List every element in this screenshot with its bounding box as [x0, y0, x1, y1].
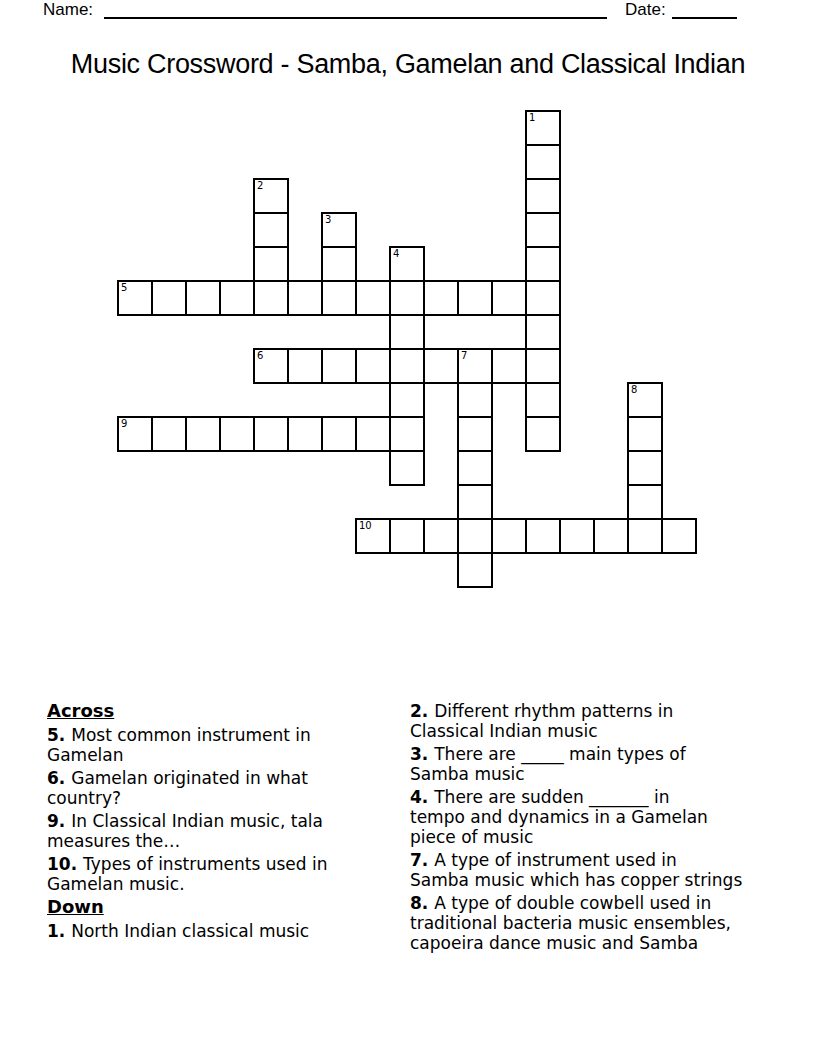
grid-cell-r12c11[interactable]: [491, 518, 527, 554]
grid-cell-r5c11[interactable]: [491, 280, 527, 316]
name-fill-line[interactable]: [104, 1, 607, 19]
worksheet-page: Name: Date: Music Crossword - Samba, Gam…: [0, 0, 816, 1056]
date-fill-line[interactable]: [672, 1, 737, 19]
clue-6: 6. Gamelan originated in what country?: [47, 768, 377, 808]
grid-cell-r7c11[interactable]: [491, 348, 527, 384]
date-label: Date:: [625, 0, 666, 19]
grid-cell-r5c12[interactable]: [525, 280, 561, 316]
clue-number-6: 6: [257, 350, 263, 362]
clue-1: 1. North Indian classical music: [47, 921, 377, 941]
grid-cell-r11c10[interactable]: [457, 484, 493, 520]
grid-cell-r7c6[interactable]: [321, 348, 357, 384]
grid-cell-r5c8[interactable]: [389, 280, 425, 316]
grid-cell-r12c14[interactable]: [593, 518, 629, 554]
clues-column-left: Across5. Most common instrument in Gamel…: [47, 701, 377, 944]
grid-cell-r9c12[interactable]: [525, 416, 561, 452]
grid-cell-r2c12[interactable]: [525, 178, 561, 214]
grid-cell-r10c8[interactable]: [389, 450, 425, 486]
grid-cell-r12c15[interactable]: [627, 518, 663, 554]
grid-cell-r7c4[interactable]: 6: [253, 348, 289, 384]
clue-number-2: 2: [257, 180, 263, 192]
grid-cell-r12c16[interactable]: [661, 518, 697, 554]
clue-number-3: 3: [325, 214, 331, 226]
grid-cell-r7c7[interactable]: [355, 348, 391, 384]
grid-cell-r1c12[interactable]: [525, 144, 561, 180]
grid-cell-r4c4[interactable]: [253, 246, 289, 282]
grid-cell-r8c15[interactable]: 8: [627, 382, 663, 418]
clue-number-8: 8: [631, 384, 637, 396]
page-title: Music Crossword - Samba, Gamelan and Cla…: [0, 47, 816, 81]
grid-cell-r9c8[interactable]: [389, 416, 425, 452]
grid-cell-r4c6[interactable]: [321, 246, 357, 282]
grid-cell-r7c5[interactable]: [287, 348, 323, 384]
grid-cell-r12c10[interactable]: [457, 518, 493, 554]
grid-cell-r5c3[interactable]: [219, 280, 255, 316]
grid-cell-r5c0[interactable]: 5: [117, 280, 153, 316]
grid-cell-r10c10[interactable]: [457, 450, 493, 486]
grid-cell-r9c4[interactable]: [253, 416, 289, 452]
grid-cell-r5c9[interactable]: [423, 280, 459, 316]
grid-cell-r4c8[interactable]: 4: [389, 246, 425, 282]
grid-cell-r9c6[interactable]: [321, 416, 357, 452]
clue-number-7: 7: [461, 350, 467, 362]
clue-section-heading-down: Down: [47, 897, 377, 917]
grid-cell-r12c12[interactable]: [525, 518, 561, 554]
grid-cell-r12c7[interactable]: 10: [355, 518, 391, 554]
grid-cell-r5c7[interactable]: [355, 280, 391, 316]
grid-cell-r5c10[interactable]: [457, 280, 493, 316]
grid-cell-r7c12[interactable]: [525, 348, 561, 384]
clue-3: 3. There are _____ main types of Samba m…: [410, 744, 790, 784]
name-label: Name:: [43, 0, 93, 19]
grid-cell-r8c12[interactable]: [525, 382, 561, 418]
grid-cell-r9c0[interactable]: 9: [117, 416, 153, 452]
clue-4: 4. There are sudden _______ in tempo and…: [410, 787, 790, 847]
grid-cell-r7c9[interactable]: [423, 348, 459, 384]
grid-cell-r5c6[interactable]: [321, 280, 357, 316]
grid-cell-r3c6[interactable]: 3: [321, 212, 357, 248]
grid-cell-r3c4[interactable]: [253, 212, 289, 248]
grid-cell-r5c2[interactable]: [185, 280, 221, 316]
grid-cell-r5c1[interactable]: [151, 280, 187, 316]
clue-number-1: 1: [529, 112, 535, 124]
grid-cell-r0c12[interactable]: 1: [525, 110, 561, 146]
grid-cell-r9c5[interactable]: [287, 416, 323, 452]
clue-8: 8. A type of double cowbell used in trad…: [410, 893, 790, 953]
grid-cell-r13c10[interactable]: [457, 552, 493, 588]
grid-cell-r9c7[interactable]: [355, 416, 391, 452]
grid-cell-r12c8[interactable]: [389, 518, 425, 554]
grid-cell-r2c4[interactable]: 2: [253, 178, 289, 214]
grid-cell-r6c12[interactable]: [525, 314, 561, 350]
grid-cell-r9c1[interactable]: [151, 416, 187, 452]
grid-cell-r9c10[interactable]: [457, 416, 493, 452]
grid-cell-r4c12[interactable]: [525, 246, 561, 282]
grid-cell-r10c15[interactable]: [627, 450, 663, 486]
grid-cell-r5c5[interactable]: [287, 280, 323, 316]
grid-cell-r5c4[interactable]: [253, 280, 289, 316]
clue-7: 7. A type of instrument used in Samba mu…: [410, 850, 790, 890]
clue-9: 9. In Classical Indian music, tala measu…: [47, 811, 377, 851]
clue-2: 2. Different rhythm patterns in Classica…: [410, 701, 790, 741]
clue-number-5: 5: [121, 282, 127, 294]
clue-5: 5. Most common instrument in Gamelan: [47, 725, 377, 765]
grid-cell-r7c10[interactable]: 7: [457, 348, 493, 384]
grid-cell-r6c8[interactable]: [389, 314, 425, 350]
grid-cell-r9c15[interactable]: [627, 416, 663, 452]
grid-cell-r12c9[interactable]: [423, 518, 459, 554]
crossword-grid: 12345678910: [117, 110, 697, 588]
grid-cell-r7c8[interactable]: [389, 348, 425, 384]
grid-cell-r9c3[interactable]: [219, 416, 255, 452]
clue-section-heading-across: Across: [47, 701, 377, 721]
grid-cell-r11c15[interactable]: [627, 484, 663, 520]
clue-number-9: 9: [121, 418, 127, 430]
grid-cell-r9c2[interactable]: [185, 416, 221, 452]
clue-10: 10. Types of instruments used in Gamelan…: [47, 854, 377, 894]
grid-cell-r8c8[interactable]: [389, 382, 425, 418]
clue-number-4: 4: [393, 248, 399, 260]
grid-cell-r12c13[interactable]: [559, 518, 595, 554]
clue-number-10: 10: [359, 520, 372, 532]
grid-cell-r3c12[interactable]: [525, 212, 561, 248]
grid-cell-r8c10[interactable]: [457, 382, 493, 418]
clues-column-right: 2. Different rhythm patterns in Classica…: [410, 701, 790, 956]
